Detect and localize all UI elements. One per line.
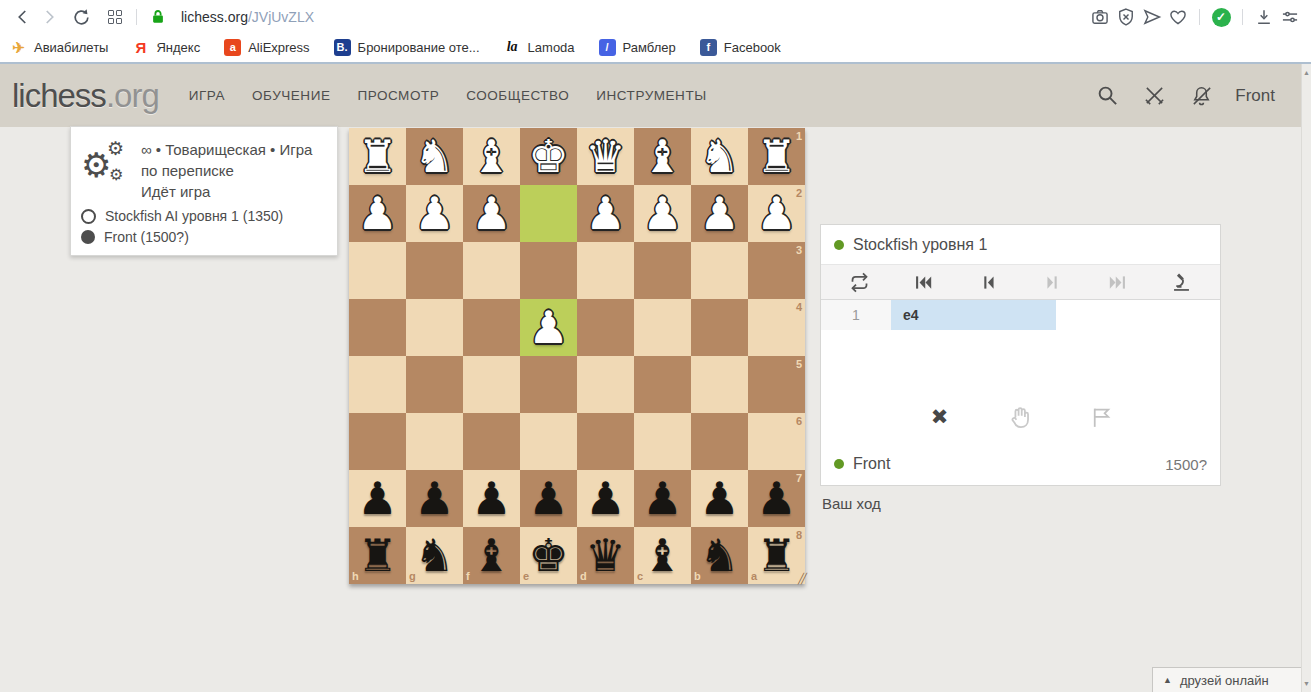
expand-triangle-icon: ▲: [1163, 675, 1172, 685]
square-e8[interactable]: ♚e: [520, 527, 577, 584]
square-b2[interactable]: ♟: [691, 185, 748, 242]
abort-game-icon[interactable]: ✖: [923, 402, 957, 432]
square-f8[interactable]: ♝f: [463, 527, 520, 584]
square-b7[interactable]: ♟: [691, 470, 748, 527]
coord-rank-2: 2: [796, 188, 802, 199]
booking-icon: B.: [334, 39, 351, 56]
turn-status: Ваш ход: [822, 495, 881, 512]
rambler-icon: /: [599, 39, 616, 56]
ssl-lock-icon[interactable]: [145, 5, 171, 29]
piece-white-pawn[interactable]: ♟: [577, 185, 634, 242]
bookmark-airplane[interactable]: ✈Авиабилеты: [10, 39, 108, 56]
site-header: lichess.org ИГРАОБУЧЕНИЕПРОСМОТРСООБЩЕСТ…: [0, 64, 1311, 127]
square-d6[interactable]: [577, 413, 634, 470]
lichess-page: lichess.org ИГРАОБУЧЕНИЕПРОСМОТРСООБЩЕСТ…: [0, 62, 1311, 692]
url-path: /JVjUvZLX: [248, 9, 314, 25]
piece-white-knight[interactable]: ♞: [406, 128, 463, 185]
bookmark-lamoda[interactable]: laLamoda: [504, 39, 575, 56]
square-e7[interactable]: ♟: [520, 470, 577, 527]
card-players: Stockfish AI уровня 1 (1350)Front (1500?…: [81, 208, 327, 245]
favorites-heart-icon[interactable]: [1165, 5, 1191, 29]
first-move-icon[interactable]: [909, 269, 939, 295]
logo-tld: .org: [106, 77, 159, 114]
friends-online-bar[interactable]: ▲ друзей онлайн: [1152, 667, 1303, 692]
coord-file-e: e: [523, 571, 529, 582]
nav-item[interactable]: СООБЩЕСТВО: [466, 88, 569, 103]
nav-item[interactable]: ИНСТРУМЕНТЫ: [596, 88, 706, 103]
square-g1[interactable]: ♞: [406, 128, 463, 185]
piece-black-pawn[interactable]: ♟: [520, 470, 577, 527]
facebook-icon: f: [700, 39, 717, 56]
game-status: Идёт игра: [141, 181, 312, 202]
square-h6[interactable]: [349, 413, 406, 470]
square-b3[interactable]: [691, 242, 748, 299]
square-a3[interactable]: 3: [748, 242, 805, 299]
coord-file-b: b: [694, 571, 701, 582]
scroll-down-icon[interactable]: ▼: [1302, 680, 1311, 687]
square-b1[interactable]: ♞: [691, 128, 748, 185]
last-move-icon[interactable]: [1102, 269, 1132, 295]
game-variant-line1: ∞ • Товарищеская • Игра: [141, 139, 312, 160]
move-number: 1: [821, 300, 891, 330]
online-dot: [834, 459, 844, 469]
piece-black-pawn[interactable]: ♟: [691, 470, 748, 527]
previous-move-icon[interactable]: [973, 269, 1003, 295]
square-a1[interactable]: ♜1: [748, 128, 805, 185]
main-nav: ИГРАОБУЧЕНИЕПРОСМОТРСООБЩЕСТВОИНСТРУМЕНТ…: [189, 88, 707, 103]
square-h8[interactable]: ♜h: [349, 527, 406, 584]
coord-file-a: a: [751, 571, 757, 582]
square-e1[interactable]: ♚: [520, 128, 577, 185]
move-list: 1e4: [821, 300, 1220, 330]
nav-item[interactable]: ИГРА: [189, 88, 225, 103]
square-d4[interactable]: [577, 299, 634, 356]
yandex-icon: Я: [132, 39, 149, 56]
square-e3[interactable]: [520, 242, 577, 299]
square-c2[interactable]: ♟: [634, 185, 691, 242]
coord-rank-5: 5: [796, 359, 802, 370]
black-color-icon: [81, 230, 95, 244]
opponent-name: Stockfish уровня 1: [853, 236, 987, 254]
piece-white-pawn[interactable]: ♟: [349, 185, 406, 242]
coord-file-d: d: [580, 571, 587, 582]
piece-black-pawn[interactable]: ♟: [463, 470, 520, 527]
square-h7[interactable]: ♟: [349, 470, 406, 527]
game-actions: ✖: [821, 391, 1220, 443]
username[interactable]: Front: [1235, 86, 1275, 106]
flip-board-icon[interactable]: [844, 269, 874, 295]
refresh-icon[interactable]: [68, 5, 94, 29]
white-color-icon: [81, 209, 96, 224]
square-f4[interactable]: [463, 299, 520, 356]
player-name: Front: [853, 455, 890, 473]
coord-rank-7: 7: [796, 473, 802, 484]
square-f1[interactable]: ♝: [463, 128, 520, 185]
protect-check-icon[interactable]: ✓: [1208, 5, 1234, 29]
coord-file-g: g: [409, 571, 416, 582]
correspondence-gears-icon: ⚙⚙⚙: [81, 135, 133, 197]
resign-flag-icon[interactable]: [1085, 402, 1119, 432]
square-h3[interactable]: [349, 242, 406, 299]
square-g5[interactable]: [406, 356, 463, 413]
square-e5[interactable]: [520, 356, 577, 413]
coord-rank-3: 3: [796, 245, 802, 256]
aliexpress-icon: a: [224, 39, 241, 56]
piece-black-pawn[interactable]: ♟: [349, 470, 406, 527]
square-b6[interactable]: [691, 413, 748, 470]
bookmark-rambler[interactable]: /Рамблер: [599, 39, 676, 56]
bookmark-label: Рамблер: [623, 40, 676, 55]
friends-label: друзей онлайн: [1180, 673, 1269, 688]
piece-white-bishop[interactable]: ♝: [463, 128, 520, 185]
player-row: Front 1500?: [821, 443, 1220, 485]
bookmark-label: AliExpress: [248, 40, 309, 55]
coord-rank-6: 6: [796, 416, 802, 427]
square-a4[interactable]: 4: [748, 299, 805, 356]
bookmark-label: Facebook: [724, 40, 781, 55]
piece-black-pawn[interactable]: ♟: [634, 470, 691, 527]
page-scrollbar[interactable]: ▲ ▼: [1301, 64, 1311, 692]
coord-rank-1: 1: [796, 131, 802, 142]
bookmark-label: Lamoda: [528, 40, 575, 55]
card-player-white: Stockfish AI уровня 1 (1350): [81, 208, 327, 224]
downloads-icon[interactable]: [1251, 5, 1277, 29]
opponent-row: Stockfish уровня 1: [821, 225, 1220, 264]
square-c3[interactable]: [634, 242, 691, 299]
bookmark-booking[interactable]: B.Бронирование оте...: [334, 39, 480, 56]
bookmarks-bar: ✈АвиабилетыЯЯндексaAliExpressB.Бронирова…: [0, 32, 1311, 63]
chess-board: ♜♞♝♚♛♝♞♜1♟♟♟♟♟♟♟23♟456♟♟♟♟♟♟♟♟7♜h♞g♝f♚e♛…: [349, 128, 805, 584]
square-h2[interactable]: ♟: [349, 185, 406, 242]
square-c8[interactable]: ♝c: [634, 527, 691, 584]
player-rating: 1500?: [1165, 456, 1207, 473]
browser-chrome: lichess.org/JVjUvZLX ✓ ✈Ав: [0, 0, 1311, 62]
divider: [136, 9, 137, 25]
square-g7[interactable]: ♟: [406, 470, 463, 527]
bookmark-label: Яндекс: [156, 40, 200, 55]
card-player-text: Front (1500?): [104, 229, 189, 245]
square-d8[interactable]: ♛d: [577, 527, 634, 584]
send-turbo-icon[interactable]: [1139, 5, 1165, 29]
piece-white-pawn[interactable]: ♟: [520, 299, 577, 356]
forward-icon[interactable]: [36, 5, 62, 29]
square-f7[interactable]: ♟: [463, 470, 520, 527]
square-b4[interactable]: [691, 299, 748, 356]
piece-white-queen[interactable]: ♛: [577, 128, 634, 185]
logo-text: lichess: [12, 77, 106, 114]
card-player-text: Stockfish AI уровня 1 (1350): [105, 208, 283, 224]
square-d5[interactable]: [577, 356, 634, 413]
notifications-bell-slash-icon[interactable]: [1188, 84, 1214, 108]
analysis-microscope-icon[interactable]: [1167, 269, 1197, 295]
url-host: lichess.org: [181, 9, 248, 25]
nav-item[interactable]: ОБУЧЕНИЕ: [252, 88, 330, 103]
game-variant-line2: по переписке: [141, 160, 312, 181]
square-c4[interactable]: [634, 299, 691, 356]
square-c1[interactable]: ♝: [634, 128, 691, 185]
coord-rank-8: 8: [796, 530, 802, 541]
airplane-icon: ✈: [10, 39, 27, 56]
square-e6[interactable]: [520, 413, 577, 470]
square-e2[interactable]: [520, 185, 577, 242]
online-dot: [834, 240, 844, 250]
next-move-icon[interactable]: [1038, 269, 1068, 295]
square-g3[interactable]: [406, 242, 463, 299]
square-a6[interactable]: 6: [748, 413, 805, 470]
piece-white-rook[interactable]: ♜: [349, 128, 406, 185]
square-c7[interactable]: ♟: [634, 470, 691, 527]
square-a5[interactable]: 5: [748, 356, 805, 413]
offer-draw-hand-icon[interactable]: [1004, 402, 1038, 432]
lichess-logo[interactable]: lichess.org: [12, 77, 159, 115]
browser-toolbar: lichess.org/JVjUvZLX ✓: [0, 0, 1311, 32]
square-a7[interactable]: ♟7: [748, 470, 805, 527]
header-right: Front: [1094, 84, 1275, 108]
square-f3[interactable]: [463, 242, 520, 299]
divider: [1199, 9, 1200, 25]
square-f5[interactable]: [463, 356, 520, 413]
square-g8[interactable]: ♞g: [406, 527, 463, 584]
square-b8[interactable]: ♞b: [691, 527, 748, 584]
piece-black-pawn[interactable]: ♟: [406, 470, 463, 527]
piece-white-king[interactable]: ♚: [520, 128, 577, 185]
piece-black-pawn[interactable]: ♟: [577, 470, 634, 527]
piece-white-pawn[interactable]: ♟: [634, 185, 691, 242]
piece-white-pawn[interactable]: ♟: [406, 185, 463, 242]
search-icon[interactable]: [1094, 84, 1120, 108]
game-info-card: ⚙⚙⚙ ∞ • Товарищеская • Игра по переписке…: [70, 126, 338, 256]
square-c5[interactable]: [634, 356, 691, 413]
square-h4[interactable]: [349, 299, 406, 356]
move-e4[interactable]: e4: [891, 300, 1056, 330]
back-icon[interactable]: [10, 5, 36, 29]
bookmark-label: Бронирование оте...: [358, 40, 480, 55]
adblock-shield-icon[interactable]: [1113, 5, 1139, 29]
square-d7[interactable]: ♟: [577, 470, 634, 527]
screen: lichess.org/JVjUvZLX ✓ ✈Ав: [0, 0, 1311, 692]
square-c6[interactable]: [634, 413, 691, 470]
square-h1[interactable]: ♜: [349, 128, 406, 185]
bookmark-label: Авиабилеты: [34, 40, 108, 55]
lamoda-icon: la: [504, 39, 521, 56]
coord-file-h: h: [352, 571, 359, 582]
square-e4[interactable]: ♟: [520, 299, 577, 356]
piece-white-bishop[interactable]: ♝: [634, 128, 691, 185]
tabs-grid-icon[interactable]: [102, 5, 128, 29]
coord-file-f: f: [466, 571, 470, 582]
piece-white-pawn[interactable]: ♟: [463, 185, 520, 242]
square-f2[interactable]: ♟: [463, 185, 520, 242]
square-a2[interactable]: ♟2: [748, 185, 805, 242]
bookmark-aliexpress[interactable]: aAliExpress: [224, 39, 309, 56]
challenges-swords-icon[interactable]: [1141, 84, 1167, 108]
bookmark-yandex[interactable]: ЯЯндекс: [132, 39, 200, 56]
url-bar[interactable]: lichess.org/JVjUvZLX: [181, 9, 314, 25]
board-resize-handle[interactable]: ╱╱: [798, 573, 804, 584]
nav-item[interactable]: ПРОСМОТР: [357, 88, 439, 103]
square-g2[interactable]: ♟: [406, 185, 463, 242]
move-controls: [821, 264, 1220, 300]
coord-rank-4: 4: [796, 302, 802, 313]
settings-tune-icon[interactable]: [1277, 5, 1303, 29]
piece-black-bishop[interactable]: ♝: [463, 527, 520, 584]
square-f6[interactable]: [463, 413, 520, 470]
piece-white-knight[interactable]: ♞: [691, 128, 748, 185]
square-g6[interactable]: [406, 413, 463, 470]
square-d3[interactable]: [577, 242, 634, 299]
bookmark-facebook[interactable]: fFacebook: [700, 39, 781, 56]
piece-white-pawn[interactable]: ♟: [691, 185, 748, 242]
square-h5[interactable]: [349, 356, 406, 413]
square-d1[interactable]: ♛: [577, 128, 634, 185]
scroll-up-icon[interactable]: ▲: [1302, 69, 1311, 76]
square-d2[interactable]: ♟: [577, 185, 634, 242]
screenshot-camera-icon[interactable]: [1087, 5, 1113, 29]
square-g4[interactable]: [406, 299, 463, 356]
divider: [1242, 9, 1243, 25]
coord-file-c: c: [637, 571, 643, 582]
game-panel: Stockfish уровня 1: [820, 224, 1221, 486]
square-b5[interactable]: [691, 356, 748, 413]
square-a8[interactable]: ♜8a╱╱: [748, 527, 805, 584]
card-player-black: Front (1500?): [81, 229, 327, 245]
